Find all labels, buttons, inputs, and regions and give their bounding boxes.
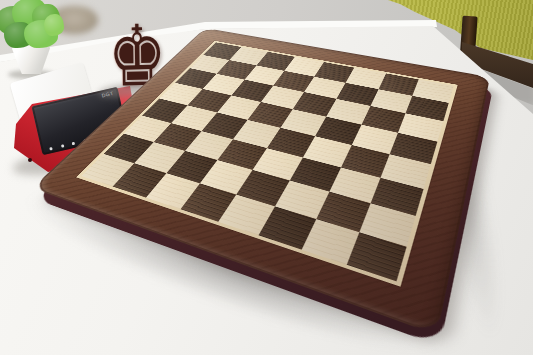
clock-button-icon <box>60 144 64 148</box>
clock-power-button <box>28 158 32 162</box>
clock-button-icon <box>72 142 76 146</box>
scene: DGT ♚ <box>0 0 533 355</box>
plant-foliage <box>44 14 64 36</box>
clock-button-icon <box>49 147 53 151</box>
